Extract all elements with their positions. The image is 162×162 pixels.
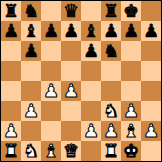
square-h7[interactable]: ♟: [141, 21, 161, 41]
piece-white-bishop[interactable]: ♝: [123, 121, 139, 141]
square-b5[interactable]: [21, 61, 41, 81]
piece-black-pawn[interactable]: ♟: [3, 21, 19, 41]
square-f1[interactable]: ♜: [101, 141, 121, 161]
square-d4[interactable]: ♟: [61, 81, 81, 101]
square-c2[interactable]: [41, 121, 61, 141]
square-f2[interactable]: ♟: [101, 121, 121, 141]
piece-white-pawn[interactable]: ♟: [143, 121, 159, 141]
square-f6[interactable]: ♞: [101, 41, 121, 61]
square-h6[interactable]: [141, 41, 161, 61]
square-b2[interactable]: [21, 121, 41, 141]
square-e4[interactable]: [81, 81, 101, 101]
piece-white-pawn[interactable]: ♟: [83, 121, 99, 141]
square-c8[interactable]: [41, 1, 61, 21]
square-f5[interactable]: [101, 61, 121, 81]
square-b6[interactable]: ♟: [21, 41, 41, 61]
square-e2[interactable]: ♟: [81, 121, 101, 141]
square-c5[interactable]: [41, 61, 61, 81]
piece-white-pawn[interactable]: ♟: [3, 121, 19, 141]
piece-black-rook[interactable]: ♜: [103, 1, 119, 21]
piece-white-pawn[interactable]: ♟: [103, 121, 119, 141]
piece-white-queen[interactable]: ♛: [63, 141, 79, 161]
piece-black-knight[interactable]: ♞: [103, 41, 119, 61]
square-g6[interactable]: [121, 41, 141, 61]
piece-black-pawn[interactable]: ♟: [143, 21, 159, 41]
square-b4[interactable]: [21, 81, 41, 101]
piece-white-pawn[interactable]: ♟: [123, 101, 139, 121]
piece-black-pawn[interactable]: ♟: [123, 21, 139, 41]
piece-black-pawn[interactable]: ♟: [23, 41, 39, 61]
piece-white-rook[interactable]: ♜: [103, 141, 119, 161]
square-c3[interactable]: [41, 101, 61, 121]
square-d5[interactable]: [61, 61, 81, 81]
square-a5[interactable]: [1, 61, 21, 81]
square-d8[interactable]: ♛: [61, 1, 81, 21]
square-c6[interactable]: [41, 41, 61, 61]
square-a6[interactable]: [1, 41, 21, 61]
square-g8[interactable]: ♚: [121, 1, 141, 21]
square-g4[interactable]: [121, 81, 141, 101]
square-f8[interactable]: ♜: [101, 1, 121, 21]
square-d1[interactable]: ♛: [61, 141, 81, 161]
square-a4[interactable]: [1, 81, 21, 101]
square-g5[interactable]: [121, 61, 141, 81]
square-h8[interactable]: [141, 1, 161, 21]
square-c4[interactable]: ♟: [41, 81, 61, 101]
square-h5[interactable]: [141, 61, 161, 81]
square-d6[interactable]: [61, 41, 81, 61]
square-h2[interactable]: ♟: [141, 121, 161, 141]
piece-black-rook[interactable]: ♜: [3, 1, 19, 21]
piece-white-pawn[interactable]: ♟: [63, 81, 79, 101]
square-b7[interactable]: ♝: [21, 21, 41, 41]
piece-white-rook[interactable]: ♜: [3, 141, 19, 161]
square-h4[interactable]: [141, 81, 161, 101]
square-g7[interactable]: ♟: [121, 21, 141, 41]
square-e3[interactable]: [81, 101, 101, 121]
piece-white-pawn[interactable]: ♟: [43, 81, 59, 101]
square-b1[interactable]: ♞: [21, 141, 41, 161]
square-e8[interactable]: [81, 1, 101, 21]
square-b3[interactable]: ♟: [21, 101, 41, 121]
square-a3[interactable]: [1, 101, 21, 121]
square-h3[interactable]: [141, 101, 161, 121]
piece-black-queen[interactable]: ♛: [63, 1, 79, 21]
piece-black-pawn[interactable]: ♟: [43, 21, 59, 41]
piece-white-pawn[interactable]: ♟: [23, 101, 39, 121]
square-h1[interactable]: [141, 141, 161, 161]
piece-black-knight[interactable]: ♞: [23, 1, 39, 21]
square-c1[interactable]: ♝: [41, 141, 61, 161]
square-g3[interactable]: ♟: [121, 101, 141, 121]
square-e7[interactable]: ♝: [81, 21, 101, 41]
chess-board-frame: ♜♞♛♜♚♟♝♟♟♝♟♟♟♟♟♞♟♟♟♞♟♟♟♟♝♟♜♞♝♛♜♚: [0, 0, 162, 162]
piece-black-king[interactable]: ♚: [123, 1, 139, 21]
square-g1[interactable]: ♚: [121, 141, 141, 161]
square-e1[interactable]: [81, 141, 101, 161]
piece-white-king[interactable]: ♚: [123, 141, 139, 161]
square-e5[interactable]: [81, 61, 101, 81]
piece-black-bishop[interactable]: ♝: [23, 21, 39, 41]
square-b8[interactable]: ♞: [21, 1, 41, 21]
piece-black-pawn[interactable]: ♟: [63, 21, 79, 41]
piece-black-pawn[interactable]: ♟: [103, 21, 119, 41]
square-a7[interactable]: ♟: [1, 21, 21, 41]
piece-black-pawn[interactable]: ♟: [83, 41, 99, 61]
piece-white-knight[interactable]: ♞: [23, 141, 39, 161]
square-c7[interactable]: ♟: [41, 21, 61, 41]
square-d2[interactable]: [61, 121, 81, 141]
square-f4[interactable]: [101, 81, 121, 101]
square-d3[interactable]: [61, 101, 81, 121]
piece-white-knight[interactable]: ♞: [103, 101, 119, 121]
chess-board: ♜♞♛♜♚♟♝♟♟♝♟♟♟♟♟♞♟♟♟♞♟♟♟♟♝♟♜♞♝♛♜♚: [1, 1, 161, 161]
piece-black-bishop[interactable]: ♝: [83, 21, 99, 41]
square-f3[interactable]: ♞: [101, 101, 121, 121]
square-a2[interactable]: ♟: [1, 121, 21, 141]
square-g2[interactable]: ♝: [121, 121, 141, 141]
square-e6[interactable]: ♟: [81, 41, 101, 61]
square-f7[interactable]: ♟: [101, 21, 121, 41]
square-d7[interactable]: ♟: [61, 21, 81, 41]
piece-white-bishop[interactable]: ♝: [43, 141, 59, 161]
square-a8[interactable]: ♜: [1, 1, 21, 21]
square-a1[interactable]: ♜: [1, 141, 21, 161]
